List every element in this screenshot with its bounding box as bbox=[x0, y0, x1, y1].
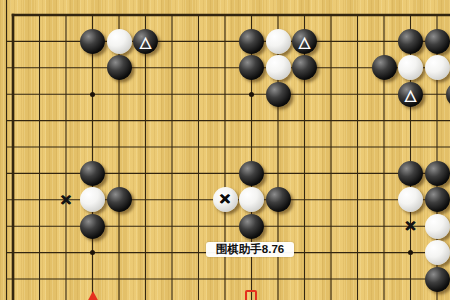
x-mark: × bbox=[213, 187, 238, 211]
white-stone[interactable]: × bbox=[213, 187, 238, 212]
black-stone[interactable] bbox=[107, 187, 132, 212]
black-stone[interactable] bbox=[425, 267, 450, 292]
black-stone[interactable] bbox=[425, 161, 450, 186]
triangle-mark: △ bbox=[133, 29, 158, 54]
black-stone[interactable] bbox=[425, 29, 450, 54]
black-stone[interactable]: △ bbox=[398, 82, 423, 107]
black-stone[interactable]: △ bbox=[292, 29, 317, 54]
go-board[interactable]: △△△××× 围棋助手8.76 bbox=[0, 0, 450, 300]
black-stone[interactable] bbox=[80, 29, 105, 54]
black-stone[interactable] bbox=[239, 161, 264, 186]
x-mark: × bbox=[53, 187, 79, 213]
red-triangle-mark bbox=[86, 291, 100, 300]
black-stone[interactable] bbox=[266, 187, 291, 212]
triangle-mark: △ bbox=[292, 29, 317, 54]
black-stone[interactable] bbox=[239, 29, 264, 54]
black-stone[interactable] bbox=[80, 161, 105, 186]
black-stone[interactable] bbox=[266, 82, 291, 107]
white-stone[interactable] bbox=[266, 55, 291, 80]
star-point bbox=[90, 92, 95, 97]
x-mark: × bbox=[398, 213, 424, 239]
black-stone[interactable] bbox=[239, 214, 264, 239]
white-stone[interactable] bbox=[266, 29, 291, 54]
star-point bbox=[249, 92, 254, 97]
black-stone[interactable] bbox=[372, 55, 397, 80]
white-stone[interactable] bbox=[425, 214, 450, 239]
watermark-label: 围棋助手8.76 bbox=[206, 242, 294, 257]
white-stone[interactable] bbox=[107, 29, 132, 54]
red-square-mark bbox=[245, 290, 257, 300]
black-stone[interactable]: △ bbox=[133, 29, 158, 54]
white-stone[interactable] bbox=[425, 240, 450, 265]
black-stone[interactable] bbox=[398, 161, 423, 186]
black-stone[interactable] bbox=[425, 187, 450, 212]
triangle-mark: △ bbox=[398, 82, 423, 107]
black-stone[interactable] bbox=[80, 214, 105, 239]
black-stone[interactable] bbox=[398, 29, 423, 54]
white-stone[interactable] bbox=[425, 55, 450, 80]
black-stone[interactable] bbox=[107, 55, 132, 80]
